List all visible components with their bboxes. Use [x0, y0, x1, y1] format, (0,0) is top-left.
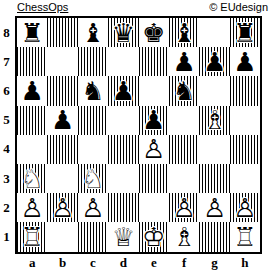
black-knight-icon: ♞: [78, 76, 108, 105]
square-a1[interactable]: ♜♖: [17, 222, 47, 251]
black-pawn-icon: ♟: [230, 47, 260, 76]
piece-white-queen[interactable]: ♛♕: [108, 222, 138, 251]
file-label-e: e: [139, 255, 169, 270]
square-d2[interactable]: [108, 193, 138, 222]
piece-black-pawn[interactable]: ♟: [47, 106, 77, 135]
square-g6[interactable]: [199, 76, 229, 105]
square-a7[interactable]: [17, 47, 47, 76]
black-pawn-icon: ♟: [139, 106, 169, 135]
black-knight-icon: ♞: [169, 76, 199, 105]
piece-white-pawn[interactable]: ♟♙: [199, 193, 229, 222]
file-label-a: a: [17, 255, 47, 270]
white-pawn-icon: ♙: [169, 193, 199, 222]
square-d7[interactable]: [108, 47, 138, 76]
square-b2[interactable]: ♟♙: [47, 193, 77, 222]
black-bishop-icon: ♝: [78, 18, 108, 47]
square-e4[interactable]: ♟♙: [139, 135, 169, 164]
white-pawn-icon: ♙: [139, 135, 169, 164]
black-rook-icon: ♜: [17, 18, 47, 47]
white-pawn-icon: ♙: [78, 193, 108, 222]
white-pawn-icon: ♙: [230, 193, 260, 222]
black-king-icon: ♚: [139, 18, 169, 47]
square-a8[interactable]: ♜: [17, 18, 47, 47]
black-queen-icon: ♛: [108, 18, 138, 47]
piece-black-pawn[interactable]: ♟: [169, 47, 199, 76]
piece-black-king[interactable]: ♚: [139, 18, 169, 47]
white-bishop-icon: ♗: [169, 222, 199, 251]
square-e7[interactable]: [139, 47, 169, 76]
file-labels: abcdefgh: [17, 255, 260, 269]
square-b8[interactable]: [47, 18, 77, 47]
square-c8[interactable]: ♝: [78, 18, 108, 47]
file-label-b: b: [47, 255, 77, 270]
black-pawn-icon: ♟: [108, 76, 138, 105]
white-knight-icon: ♘: [17, 164, 47, 193]
square-c6[interactable]: ♞: [78, 76, 108, 105]
square-e8[interactable]: ♚: [139, 18, 169, 47]
rank-label-6: 6: [0, 76, 13, 105]
piece-black-pawn[interactable]: ♟: [17, 76, 47, 105]
square-h2[interactable]: ♟♙: [230, 193, 260, 222]
black-pawn-icon: ♟: [199, 47, 229, 76]
white-queen-icon: ♕: [108, 222, 138, 251]
rank-label-2: 2: [0, 193, 13, 222]
square-g2[interactable]: ♟♙: [199, 193, 229, 222]
black-pawn-icon: ♟: [47, 106, 77, 135]
square-g8[interactable]: [199, 18, 229, 47]
square-e5[interactable]: ♟: [139, 106, 169, 135]
white-king-icon: ♔: [139, 222, 169, 251]
piece-white-pawn[interactable]: ♟♙: [230, 193, 260, 222]
square-b1[interactable]: [47, 222, 77, 251]
square-a6[interactable]: ♟: [17, 76, 47, 105]
rank-label-4: 4: [0, 135, 13, 164]
square-f3[interactable]: [169, 164, 199, 193]
square-c2[interactable]: ♟♙: [78, 193, 108, 222]
piece-white-knight[interactable]: ♞♘: [78, 164, 108, 193]
rank-labels: 87654321: [0, 18, 13, 252]
square-e3[interactable]: [139, 164, 169, 193]
square-a5[interactable]: [17, 106, 47, 135]
file-label-h: h: [230, 255, 260, 270]
square-a2[interactable]: ♟♙: [17, 193, 47, 222]
square-b5[interactable]: ♟: [47, 106, 77, 135]
file-label-f: f: [169, 255, 199, 270]
piece-white-pawn[interactable]: ♟♙: [139, 135, 169, 164]
square-e1[interactable]: ♚♔: [139, 222, 169, 251]
square-d6[interactable]: ♟: [108, 76, 138, 105]
black-pawn-icon: ♟: [169, 47, 199, 76]
piece-white-rook[interactable]: ♜♖: [17, 222, 47, 251]
white-bishop-icon: ♗: [199, 106, 229, 135]
piece-black-bishop[interactable]: ♝: [169, 18, 199, 47]
rank-label-3: 3: [0, 164, 13, 193]
square-c3[interactable]: ♞♘: [78, 164, 108, 193]
square-e2[interactable]: [139, 193, 169, 222]
square-c4[interactable]: [78, 135, 108, 164]
square-f5[interactable]: [169, 106, 199, 135]
square-h4[interactable]: [230, 135, 260, 164]
square-g3[interactable]: [199, 164, 229, 193]
white-pawn-icon: ♙: [199, 193, 229, 222]
credit-label: © EUdesign: [209, 1, 268, 13]
square-f2[interactable]: ♟♙: [169, 193, 199, 222]
piece-white-pawn[interactable]: ♟♙: [78, 193, 108, 222]
white-pawn-icon: ♙: [47, 193, 77, 222]
square-g5[interactable]: ♝♗: [199, 106, 229, 135]
piece-white-pawn[interactable]: ♟♙: [17, 193, 47, 222]
white-rook-icon: ♖: [230, 222, 260, 251]
square-g7[interactable]: ♟: [199, 47, 229, 76]
black-bishop-icon: ♝: [169, 18, 199, 47]
piece-white-king[interactable]: ♚♔: [139, 222, 169, 251]
square-b4[interactable]: [47, 135, 77, 164]
piece-white-pawn[interactable]: ♟♙: [169, 193, 199, 222]
square-c7[interactable]: [78, 47, 108, 76]
rank-label-7: 7: [0, 47, 13, 76]
white-pawn-icon: ♙: [17, 193, 47, 222]
file-label-c: c: [78, 255, 108, 270]
piece-black-bishop[interactable]: ♝: [78, 18, 108, 47]
square-d1[interactable]: ♛♕: [108, 222, 138, 251]
square-h6[interactable]: [230, 76, 260, 105]
piece-white-pawn[interactable]: ♟♙: [47, 193, 77, 222]
black-pawn-icon: ♟: [17, 76, 47, 105]
square-f6[interactable]: ♞: [169, 76, 199, 105]
rank-label-8: 8: [0, 18, 13, 47]
square-h7[interactable]: ♟: [230, 47, 260, 76]
app-title-link[interactable]: ChessOps: [17, 1, 68, 13]
chess-board: ♜♝♛♚♝♜♟♟♟♟♞♟♞♟♟♝♗♟♙♞♘♞♘♟♙♟♙♟♙♟♙♟♙♟♙♜♖♛♕♚…: [15, 16, 262, 254]
piece-black-pawn[interactable]: ♟: [230, 47, 260, 76]
square-a3[interactable]: ♞♘: [17, 164, 47, 193]
square-f1[interactable]: ♝♗: [169, 222, 199, 251]
piece-white-bishop[interactable]: ♝♗: [199, 106, 229, 135]
square-d4[interactable]: [108, 135, 138, 164]
square-b7[interactable]: [47, 47, 77, 76]
square-h8[interactable]: ♜: [230, 18, 260, 47]
square-f4[interactable]: [169, 135, 199, 164]
white-knight-icon: ♘: [78, 164, 108, 193]
file-label-g: g: [199, 255, 229, 270]
piece-black-pawn[interactable]: ♟: [108, 76, 138, 105]
square-d3[interactable]: [108, 164, 138, 193]
square-d5[interactable]: [108, 106, 138, 135]
square-h5[interactable]: [230, 106, 260, 135]
rank-label-5: 5: [0, 106, 13, 135]
square-d8[interactable]: ♛: [108, 18, 138, 47]
piece-black-rook[interactable]: ♜: [230, 18, 260, 47]
piece-white-knight[interactable]: ♞♘: [17, 164, 47, 193]
rank-label-1: 1: [0, 222, 13, 251]
square-e6[interactable]: [139, 76, 169, 105]
square-h3[interactable]: [230, 164, 260, 193]
square-b3[interactable]: [47, 164, 77, 193]
black-rook-icon: ♜: [230, 18, 260, 47]
square-g1[interactable]: [199, 222, 229, 251]
piece-black-pawn[interactable]: ♟: [139, 106, 169, 135]
piece-black-knight[interactable]: ♞: [169, 76, 199, 105]
square-f8[interactable]: ♝: [169, 18, 199, 47]
square-c5[interactable]: [78, 106, 108, 135]
square-b6[interactable]: [47, 76, 77, 105]
file-label-d: d: [108, 255, 138, 270]
square-a4[interactable]: [17, 135, 47, 164]
piece-white-bishop[interactable]: ♝♗: [169, 222, 199, 251]
piece-black-knight[interactable]: ♞: [78, 76, 108, 105]
white-rook-icon: ♖: [17, 222, 47, 251]
square-f7[interactable]: ♟: [169, 47, 199, 76]
piece-black-pawn[interactable]: ♟: [199, 47, 229, 76]
square-g4[interactable]: [199, 135, 229, 164]
square-c1[interactable]: [78, 222, 108, 251]
piece-black-queen[interactable]: ♛: [108, 18, 138, 47]
piece-black-rook[interactable]: ♜: [17, 18, 47, 47]
chessops-diagram: ChessOps © EUdesign 87654321 ♜♝♛♚♝♜♟♟♟♟♞…: [0, 0, 270, 270]
square-h1[interactable]: ♜♖: [230, 222, 260, 251]
piece-white-rook[interactable]: ♜♖: [230, 222, 260, 251]
